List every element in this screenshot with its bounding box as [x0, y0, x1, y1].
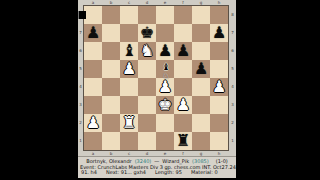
rank-label-7: 7	[229, 30, 236, 35]
square-h1[interactable]	[210, 132, 228, 150]
square-h4[interactable]: ♟	[210, 78, 228, 96]
file-label-f: f	[174, 151, 192, 156]
square-d5[interactable]	[138, 60, 156, 78]
square-e8[interactable]	[156, 6, 174, 24]
black-pawn: ♟	[86, 24, 100, 42]
square-a8[interactable]	[84, 6, 102, 24]
square-f6[interactable]: ♟	[174, 42, 192, 60]
square-d8[interactable]	[138, 6, 156, 24]
black-pawn: ♟	[176, 42, 190, 60]
square-b4[interactable]	[102, 78, 120, 96]
screenshot-stage: abcdefgh 87654321 ♟♚♟♝♞♟♟♟♟♟♟♚♟♟♜♜ 87654…	[0, 0, 320, 180]
square-h5[interactable]	[210, 60, 228, 78]
square-h3[interactable]	[210, 96, 228, 114]
square-g5[interactable]: ♟	[192, 60, 210, 78]
square-d2[interactable]	[138, 114, 156, 132]
move-info-line: 91. h4 Next: 91... gxh4 Length: 95 Mater…	[78, 170, 236, 176]
square-c2[interactable]: ♜	[120, 114, 138, 132]
white-pawn: ♟	[212, 78, 226, 96]
chess-board: ♟♚♟♝♞♟♟♟♟♟♟♚♟♟♜♜	[83, 5, 229, 151]
square-d7[interactable]: ♚	[138, 24, 156, 42]
rank-label-1: 1	[229, 138, 236, 143]
square-a1[interactable]	[84, 132, 102, 150]
square-e6[interactable]: ♟	[156, 42, 174, 60]
next-move: Next: 91... gxh4	[106, 170, 146, 176]
black-pawn: ♟	[158, 42, 172, 60]
square-b1[interactable]	[102, 132, 120, 150]
square-b2[interactable]	[102, 114, 120, 132]
material-balance: Material: 0	[191, 170, 218, 176]
square-c6[interactable]: ♝	[120, 42, 138, 60]
square-c8[interactable]	[120, 6, 138, 24]
square-c4[interactable]	[120, 78, 138, 96]
rank-label-3: 3	[229, 102, 236, 107]
square-a4[interactable]	[84, 78, 102, 96]
square-h7[interactable]: ♟	[210, 24, 228, 42]
square-a5[interactable]	[84, 60, 102, 78]
white-rook: ♜	[122, 114, 136, 132]
black-king: ♚	[140, 24, 154, 42]
black-rook: ♜	[176, 132, 190, 150]
white-pawn: ♟	[176, 96, 190, 114]
black-to-move-indicator	[78, 11, 86, 19]
square-f5[interactable]	[174, 60, 192, 78]
square-g2[interactable]	[192, 114, 210, 132]
rank-label-2: 2	[229, 120, 236, 125]
square-d6[interactable]: ♞	[138, 42, 156, 60]
square-g4[interactable]	[192, 78, 210, 96]
info-panel: Bortnyk, Olexandr (3240) — Wizard_Pik (3…	[78, 156, 236, 178]
square-b6[interactable]	[102, 42, 120, 60]
rank-label-5: 5	[229, 66, 236, 71]
square-a6[interactable]	[84, 42, 102, 60]
file-label-h: h	[210, 151, 228, 156]
square-c5[interactable]: ♟	[120, 60, 138, 78]
square-g8[interactable]	[192, 6, 210, 24]
square-f1[interactable]: ♜	[174, 132, 192, 150]
file-label-c: c	[120, 151, 138, 156]
black-pawn: ♟	[212, 24, 226, 42]
square-c7[interactable]	[120, 24, 138, 42]
square-e3[interactable]: ♚	[156, 96, 174, 114]
white-knight: ♞	[140, 42, 154, 60]
square-a3[interactable]	[84, 96, 102, 114]
black-pawn: ♟	[194, 60, 208, 78]
square-c3[interactable]	[120, 96, 138, 114]
square-e2[interactable]	[156, 114, 174, 132]
black-bishop: ♝	[122, 42, 136, 60]
square-a7[interactable]: ♟	[84, 24, 102, 42]
white-knight-icon: ♘	[162, 72, 170, 81]
rank-label-4: 4	[229, 84, 236, 89]
file-labels-bottom: abcdefgh	[84, 151, 236, 156]
file-label-b: b	[102, 151, 120, 156]
last-move: 91. h4	[81, 170, 97, 176]
square-f7[interactable]	[174, 24, 192, 42]
white-pawn: ♟	[122, 60, 136, 78]
square-g6[interactable]	[192, 42, 210, 60]
white-king: ♚	[158, 96, 172, 114]
file-label-g: g	[192, 151, 210, 156]
square-g1[interactable]	[192, 132, 210, 150]
square-d4[interactable]	[138, 78, 156, 96]
file-label-d: d	[138, 151, 156, 156]
square-h6[interactable]	[210, 42, 228, 60]
square-e7[interactable]	[156, 24, 174, 42]
square-h2[interactable]	[210, 114, 228, 132]
file-label-e: e	[156, 151, 174, 156]
square-h8[interactable]	[210, 6, 228, 24]
material-balance-icons: ♝ ♘	[159, 63, 173, 81]
rank-label-6: 6	[229, 48, 236, 53]
square-b3[interactable]	[102, 96, 120, 114]
file-label-a: a	[84, 151, 102, 156]
chess-diagram: abcdefgh 87654321 ♟♚♟♝♞♟♟♟♟♟♟♚♟♟♜♜ 87654…	[78, 0, 236, 178]
white-pawn: ♟	[86, 114, 100, 132]
square-b7[interactable]	[102, 24, 120, 42]
square-f3[interactable]: ♟	[174, 96, 192, 114]
square-g7[interactable]	[192, 24, 210, 42]
square-d3[interactable]	[138, 96, 156, 114]
square-f2[interactable]	[174, 114, 192, 132]
rank-label-8: 8	[229, 12, 236, 17]
square-b5[interactable]	[102, 60, 120, 78]
square-e1[interactable]	[156, 132, 174, 150]
square-a2[interactable]: ♟	[84, 114, 102, 132]
square-b8[interactable]	[102, 6, 120, 24]
square-f8[interactable]	[174, 6, 192, 24]
square-g3[interactable]	[192, 96, 210, 114]
square-c1[interactable]	[120, 132, 138, 150]
rank-labels-right: 87654321	[229, 5, 236, 151]
game-length: Length: 95	[155, 170, 182, 176]
square-f4[interactable]	[174, 78, 192, 96]
square-d1[interactable]	[138, 132, 156, 150]
